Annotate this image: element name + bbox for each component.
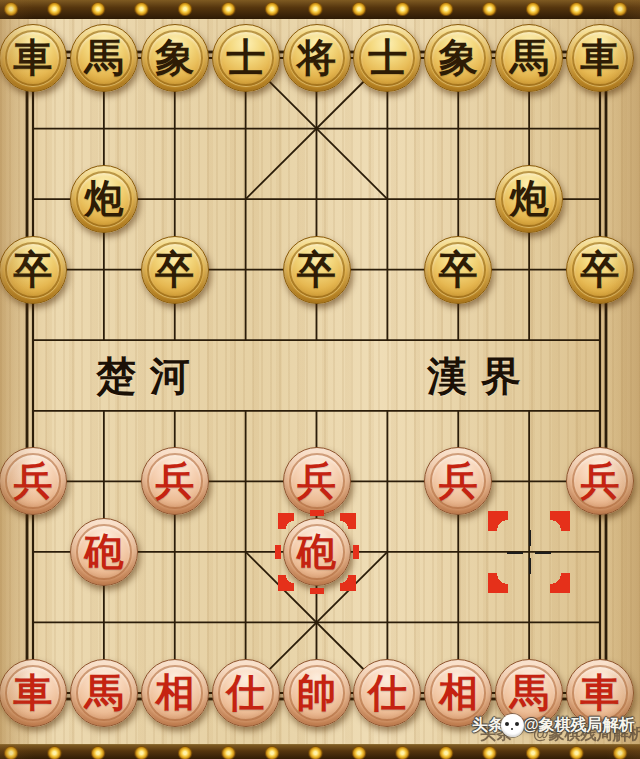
piece-glyph: 炮	[510, 166, 549, 232]
bottom-rivet-strip	[0, 744, 640, 759]
piece-glyph: 仕	[226, 660, 265, 726]
piece-glyph: 卒	[581, 237, 620, 303]
piece-black-i4[interactable]: 卒	[566, 236, 634, 304]
piece-red-e8[interactable]: 砲	[283, 518, 351, 586]
watermark-suffix: @象棋残局解析	[523, 715, 635, 736]
piece-glyph: 兵	[581, 448, 620, 514]
piece-black-c4[interactable]: 卒	[141, 236, 209, 304]
piece-red-e10[interactable]: 帥	[283, 659, 351, 727]
piece-glyph: 仕	[368, 660, 407, 726]
piece-glyph: 砲	[84, 519, 123, 585]
piece-red-b8[interactable]: 砲	[70, 518, 138, 586]
piece-black-e4[interactable]: 卒	[283, 236, 351, 304]
piece-glyph: 車	[14, 660, 53, 726]
move-origin-marker	[488, 511, 570, 593]
piece-black-i1[interactable]: 車	[566, 24, 634, 92]
piece-glyph: 士	[368, 25, 407, 91]
piece-black-f1[interactable]: 士	[353, 24, 421, 92]
watermark-prefix: 头条	[472, 715, 504, 736]
piece-red-g7[interactable]: 兵	[424, 447, 492, 515]
piece-black-e1[interactable]: 将	[283, 24, 351, 92]
crosshair-cursor	[508, 531, 552, 575]
piece-glyph: 象	[155, 25, 194, 91]
piece-glyph: 将	[297, 25, 336, 91]
piece-red-a10[interactable]: 車	[0, 659, 67, 727]
piece-red-f10[interactable]: 仕	[353, 659, 421, 727]
piece-glyph: 兵	[297, 448, 336, 514]
piece-glyph: 帥	[297, 660, 336, 726]
piece-glyph: 馬	[510, 25, 549, 91]
piece-glyph: 兵	[439, 448, 478, 514]
piece-black-d1[interactable]: 士	[212, 24, 280, 92]
piece-glyph: 馬	[84, 25, 123, 91]
piece-glyph: 卒	[439, 237, 478, 303]
piece-red-c7[interactable]: 兵	[141, 447, 209, 515]
piece-glyph: 兵	[155, 448, 194, 514]
piece-red-e7[interactable]: 兵	[283, 447, 351, 515]
piece-glyph: 相	[155, 660, 194, 726]
piece-black-b3[interactable]: 炮	[70, 165, 138, 233]
piece-glyph: 卒	[14, 237, 53, 303]
piece-glyph: 象	[439, 25, 478, 91]
piece-glyph: 車	[14, 25, 53, 91]
piece-glyph: 砲	[297, 519, 336, 585]
piece-black-c1[interactable]: 象	[141, 24, 209, 92]
piece-glyph: 馬	[84, 660, 123, 726]
panda-avatar-icon	[501, 714, 524, 737]
top-rivet-strip	[0, 0, 640, 19]
piece-red-d10[interactable]: 仕	[212, 659, 280, 727]
piece-black-b1[interactable]: 馬	[70, 24, 138, 92]
board-click-layer[interactable]: 車馬象士将士象馬車炮炮卒卒卒卒卒兵兵兵兵兵砲砲車馬相仕帥仕相馬車	[0, 0, 640, 759]
piece-glyph: 士	[226, 25, 265, 91]
piece-black-g1[interactable]: 象	[424, 24, 492, 92]
watermark-text: 头条 @象棋残局解析	[472, 714, 635, 737]
piece-black-g4[interactable]: 卒	[424, 236, 492, 304]
piece-red-i7[interactable]: 兵	[566, 447, 634, 515]
piece-glyph: 炮	[84, 166, 123, 232]
piece-red-a7[interactable]: 兵	[0, 447, 67, 515]
piece-black-a4[interactable]: 卒	[0, 236, 67, 304]
piece-red-c10[interactable]: 相	[141, 659, 209, 727]
piece-glyph: 兵	[14, 448, 53, 514]
piece-glyph: 車	[581, 25, 620, 91]
piece-glyph: 卒	[155, 237, 194, 303]
piece-black-h1[interactable]: 馬	[495, 24, 563, 92]
xiangqi-app: 楚河 漢界 車馬象士将士象馬車炮炮卒卒卒卒卒兵兵兵兵兵砲砲車馬相仕帥仕相馬車 头…	[0, 0, 640, 759]
piece-black-a1[interactable]: 車	[0, 24, 67, 92]
piece-glyph: 卒	[297, 237, 336, 303]
piece-red-b10[interactable]: 馬	[70, 659, 138, 727]
piece-black-h3[interactable]: 炮	[495, 165, 563, 233]
